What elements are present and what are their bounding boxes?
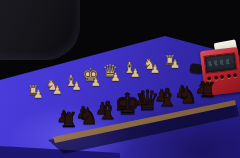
pieces-layer: ♜♞♝♛♚♝♞♜♟♟♟♟♟♟♟♟♟♟♟♟♟♟♟♟♜♞♝♛♚♝♞♜: [0, 0, 240, 158]
piece-black-knight-b8[interactable]: ♞: [177, 83, 198, 106]
piece-black-rook-a8[interactable]: ♜: [198, 81, 217, 102]
piece-white-pawn-d2[interactable]: ♟: [110, 73, 121, 85]
piece-white-pawn-g2[interactable]: ♟: [52, 85, 63, 97]
piece-black-rook-h8[interactable]: ♜: [59, 110, 78, 131]
scene: ♜♞♝♛♚♝♞♜♟♟♟♟♟♟♟♟♟♟♟♟♟♟♟♟♜♞♝♛♚♝♞♜: [0, 0, 240, 158]
piece-white-pawn-h2[interactable]: ♟: [33, 90, 44, 102]
piece-white-pawn-f2[interactable]: ♟: [71, 81, 82, 93]
piece-black-knight-g8[interactable]: ♞: [78, 104, 99, 127]
piece-white-pawn-a2[interactable]: ♟: [170, 60, 181, 72]
piece-black-bishop-f8[interactable]: ♝: [97, 98, 119, 123]
piece-white-pawn-b2[interactable]: ♟: [150, 64, 161, 76]
piece-white-pawn-c2[interactable]: ♟: [130, 68, 141, 80]
piece-white-pawn-e2[interactable]: ♟: [91, 77, 102, 89]
